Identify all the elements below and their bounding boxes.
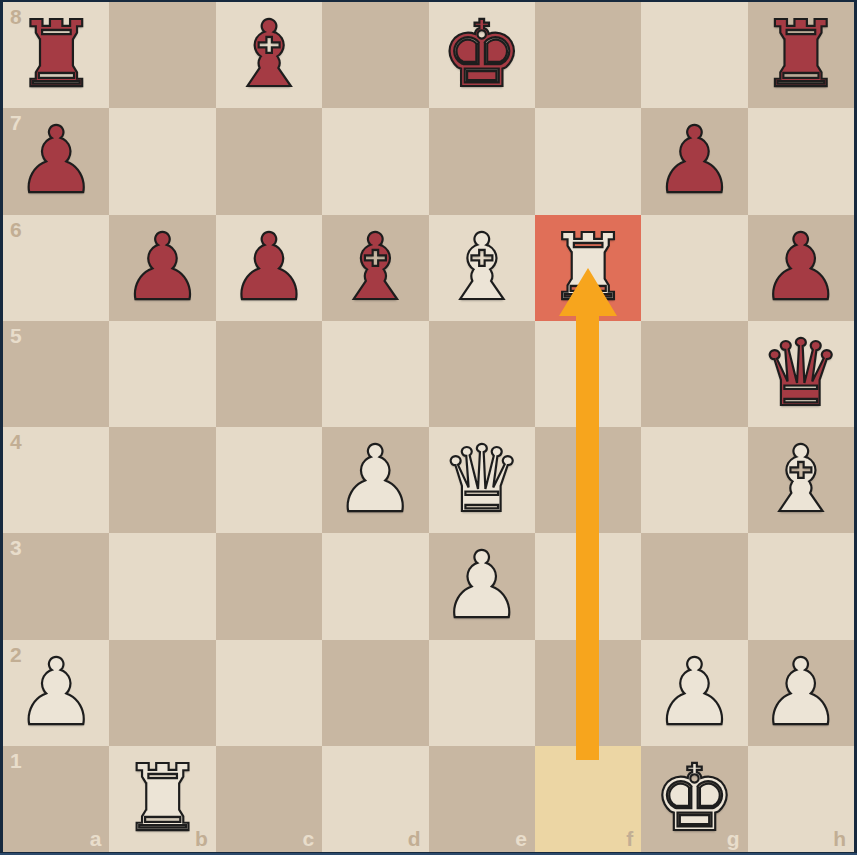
- square-f5[interactable]: [535, 321, 641, 427]
- square-f2[interactable]: [535, 640, 641, 746]
- square-c3[interactable]: [216, 533, 322, 639]
- square-h2[interactable]: ♟: [748, 640, 854, 746]
- square-a5[interactable]: 5: [3, 321, 109, 427]
- white-pawn-a2[interactable]: ♟: [3, 640, 109, 746]
- red-pawn-a7[interactable]: ♟: [3, 108, 109, 214]
- square-d7[interactable]: [322, 108, 428, 214]
- chess-board: 8♜♝♚♜7♟♟6♟♟♝♝♜♟5♛4♟♛♝3♟2♟♟♟1ab♜cdefg♚h: [3, 2, 854, 852]
- red-queen-h5[interactable]: ♛: [748, 321, 854, 427]
- square-g3[interactable]: [641, 533, 747, 639]
- square-g4[interactable]: [641, 427, 747, 533]
- file-label-e: e: [515, 827, 527, 851]
- square-f1[interactable]: f: [535, 746, 641, 852]
- square-f8[interactable]: [535, 2, 641, 108]
- square-g6[interactable]: [641, 215, 747, 321]
- white-rook-f6[interactable]: ♜: [535, 215, 641, 321]
- square-a1[interactable]: 1a: [3, 746, 109, 852]
- square-e3[interactable]: ♟: [429, 533, 535, 639]
- square-e5[interactable]: [429, 321, 535, 427]
- file-label-d: d: [408, 827, 421, 851]
- red-king-e8[interactable]: ♚: [429, 2, 535, 108]
- red-pawn-b6[interactable]: ♟: [109, 215, 215, 321]
- square-c2[interactable]: [216, 640, 322, 746]
- square-d5[interactable]: [322, 321, 428, 427]
- file-label-c: c: [302, 827, 314, 851]
- square-b7[interactable]: [109, 108, 215, 214]
- white-pawn-g2[interactable]: ♟: [641, 640, 747, 746]
- square-e7[interactable]: [429, 108, 535, 214]
- white-pawn-e3[interactable]: ♟: [429, 533, 535, 639]
- square-f7[interactable]: [535, 108, 641, 214]
- square-e8[interactable]: ♚: [429, 2, 535, 108]
- red-pawn-c6[interactable]: ♟: [216, 215, 322, 321]
- rank-label-4: 4: [10, 430, 22, 454]
- white-pawn-d4[interactable]: ♟: [322, 427, 428, 533]
- square-b3[interactable]: [109, 533, 215, 639]
- square-a7[interactable]: 7♟: [3, 108, 109, 214]
- square-a4[interactable]: 4: [3, 427, 109, 533]
- white-bishop-h4[interactable]: ♝: [748, 427, 854, 533]
- square-e4[interactable]: ♛: [429, 427, 535, 533]
- red-pawn-g7[interactable]: ♟: [641, 108, 747, 214]
- square-c8[interactable]: ♝: [216, 2, 322, 108]
- rank-label-6: 6: [10, 218, 22, 242]
- square-h8[interactable]: ♜: [748, 2, 854, 108]
- square-c7[interactable]: [216, 108, 322, 214]
- square-f6[interactable]: ♜: [535, 215, 641, 321]
- square-h4[interactable]: ♝: [748, 427, 854, 533]
- square-h6[interactable]: ♟: [748, 215, 854, 321]
- file-label-f: f: [626, 827, 633, 851]
- square-b2[interactable]: [109, 640, 215, 746]
- square-b4[interactable]: [109, 427, 215, 533]
- square-h3[interactable]: [748, 533, 854, 639]
- file-label-h: h: [833, 827, 846, 851]
- square-f3[interactable]: [535, 533, 641, 639]
- white-queen-e4[interactable]: ♛: [429, 427, 535, 533]
- square-g2[interactable]: ♟: [641, 640, 747, 746]
- square-a3[interactable]: 3: [3, 533, 109, 639]
- rank-label-1: 1: [10, 749, 22, 773]
- square-b5[interactable]: [109, 321, 215, 427]
- white-bishop-e6[interactable]: ♝: [429, 215, 535, 321]
- white-rook-b1[interactable]: ♜: [109, 746, 215, 852]
- square-g1[interactable]: g♚: [641, 746, 747, 852]
- white-pawn-h2[interactable]: ♟: [748, 640, 854, 746]
- square-d4[interactable]: ♟: [322, 427, 428, 533]
- square-g5[interactable]: [641, 321, 747, 427]
- square-g8[interactable]: [641, 2, 747, 108]
- square-b1[interactable]: b♜: [109, 746, 215, 852]
- rank-label-3: 3: [10, 536, 22, 560]
- file-label-a: a: [90, 827, 102, 851]
- chess-app-canvas: 8♜♝♚♜7♟♟6♟♟♝♝♜♟5♛4♟♛♝3♟2♟♟♟1ab♜cdefg♚h: [0, 0, 857, 855]
- square-h1[interactable]: h: [748, 746, 854, 852]
- square-b6[interactable]: ♟: [109, 215, 215, 321]
- square-h7[interactable]: [748, 108, 854, 214]
- square-c5[interactable]: [216, 321, 322, 427]
- square-d3[interactable]: [322, 533, 428, 639]
- square-e6[interactable]: ♝: [429, 215, 535, 321]
- square-g7[interactable]: ♟: [641, 108, 747, 214]
- square-c6[interactable]: ♟: [216, 215, 322, 321]
- red-bishop-c8[interactable]: ♝: [216, 2, 322, 108]
- square-f4[interactable]: [535, 427, 641, 533]
- square-d2[interactable]: [322, 640, 428, 746]
- square-c4[interactable]: [216, 427, 322, 533]
- red-bishop-d6[interactable]: ♝: [322, 215, 428, 321]
- square-c1[interactable]: c: [216, 746, 322, 852]
- square-b8[interactable]: [109, 2, 215, 108]
- square-a8[interactable]: 8♜: [3, 2, 109, 108]
- red-rook-a8[interactable]: ♜: [3, 2, 109, 108]
- square-d6[interactable]: ♝: [322, 215, 428, 321]
- red-rook-h8[interactable]: ♜: [748, 2, 854, 108]
- square-d8[interactable]: [322, 2, 428, 108]
- square-e2[interactable]: [429, 640, 535, 746]
- square-h5[interactable]: ♛: [748, 321, 854, 427]
- red-pawn-h6[interactable]: ♟: [748, 215, 854, 321]
- square-a6[interactable]: 6: [3, 215, 109, 321]
- square-d1[interactable]: d: [322, 746, 428, 852]
- square-e1[interactable]: e: [429, 746, 535, 852]
- square-a2[interactable]: 2♟: [3, 640, 109, 746]
- rank-label-5: 5: [10, 324, 22, 348]
- white-king-g1[interactable]: ♚: [641, 746, 747, 852]
